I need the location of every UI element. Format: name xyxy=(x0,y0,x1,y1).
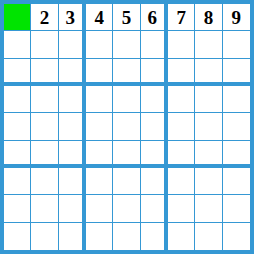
sudoku-cell[interactable] xyxy=(223,86,250,113)
sudoku-cell[interactable] xyxy=(141,141,168,168)
sudoku-cell[interactable] xyxy=(86,59,113,86)
sudoku-board: 23456789 xyxy=(0,0,254,254)
sudoku-cell[interactable] xyxy=(223,195,250,222)
sudoku-cell[interactable] xyxy=(31,141,58,168)
sudoku-cell[interactable] xyxy=(86,113,113,140)
sudoku-cell[interactable] xyxy=(168,168,195,195)
sudoku-cell[interactable] xyxy=(31,168,58,195)
sudoku-cell[interactable] xyxy=(4,168,31,195)
sudoku-cell[interactable] xyxy=(113,223,140,250)
sudoku-cell[interactable] xyxy=(86,141,113,168)
sudoku-cell[interactable] xyxy=(4,31,31,58)
sudoku-cell[interactable] xyxy=(223,223,250,250)
sudoku-cell[interactable] xyxy=(223,141,250,168)
sudoku-cell[interactable] xyxy=(59,31,86,58)
sudoku-cell[interactable] xyxy=(31,31,58,58)
sudoku-cell[interactable] xyxy=(59,141,86,168)
sudoku-cell[interactable] xyxy=(195,86,222,113)
sudoku-cell[interactable] xyxy=(223,168,250,195)
sudoku-cell[interactable] xyxy=(195,168,222,195)
sudoku-cell[interactable] xyxy=(223,31,250,58)
sudoku-cell[interactable] xyxy=(86,223,113,250)
sudoku-cell[interactable] xyxy=(141,86,168,113)
sudoku-cell[interactable] xyxy=(59,113,86,140)
sudoku-cell[interactable] xyxy=(113,195,140,222)
sudoku-cell[interactable] xyxy=(59,168,86,195)
sudoku-cell[interactable] xyxy=(4,113,31,140)
sudoku-cell[interactable] xyxy=(86,86,113,113)
sudoku-cell[interactable] xyxy=(59,86,86,113)
sudoku-cell[interactable]: 3 xyxy=(59,4,86,31)
sudoku-cell[interactable] xyxy=(168,86,195,113)
sudoku-cell[interactable] xyxy=(223,59,250,86)
sudoku-cell[interactable] xyxy=(113,168,140,195)
sudoku-cell[interactable] xyxy=(168,31,195,58)
sudoku-cell[interactable] xyxy=(168,195,195,222)
sudoku-cell[interactable] xyxy=(168,141,195,168)
sudoku-cell[interactable] xyxy=(168,113,195,140)
sudoku-cell[interactable] xyxy=(4,59,31,86)
sudoku-cell[interactable] xyxy=(168,223,195,250)
sudoku-cell[interactable] xyxy=(168,59,195,86)
sudoku-cell[interactable] xyxy=(195,113,222,140)
sudoku-cell[interactable] xyxy=(223,113,250,140)
sudoku-cell[interactable]: 8 xyxy=(195,4,222,31)
sudoku-cell[interactable] xyxy=(113,141,140,168)
sudoku-cell[interactable] xyxy=(59,223,86,250)
sudoku-cell[interactable]: 4 xyxy=(86,4,113,31)
sudoku-cell[interactable]: 5 xyxy=(113,4,140,31)
selected-cell[interactable] xyxy=(4,4,31,31)
sudoku-cell[interactable] xyxy=(141,168,168,195)
sudoku-cell[interactable] xyxy=(141,31,168,58)
sudoku-cell[interactable] xyxy=(141,113,168,140)
sudoku-cell[interactable] xyxy=(59,59,86,86)
sudoku-cell[interactable] xyxy=(141,59,168,86)
sudoku-cell[interactable]: 6 xyxy=(141,4,168,31)
sudoku-cell[interactable] xyxy=(195,141,222,168)
sudoku-cell[interactable] xyxy=(31,59,58,86)
sudoku-cell[interactable]: 9 xyxy=(223,4,250,31)
sudoku-cell[interactable] xyxy=(195,195,222,222)
sudoku-cell[interactable] xyxy=(113,31,140,58)
sudoku-cell[interactable] xyxy=(4,195,31,222)
sudoku-cell[interactable] xyxy=(4,223,31,250)
sudoku-cell[interactable] xyxy=(113,86,140,113)
sudoku-cell[interactable] xyxy=(141,195,168,222)
sudoku-cell[interactable] xyxy=(195,59,222,86)
sudoku-cell[interactable] xyxy=(86,195,113,222)
sudoku-cell[interactable] xyxy=(141,223,168,250)
sudoku-cell[interactable] xyxy=(4,141,31,168)
sudoku-cell[interactable] xyxy=(31,86,58,113)
sudoku-cell[interactable] xyxy=(31,223,58,250)
sudoku-cell[interactable] xyxy=(31,195,58,222)
sudoku-cell[interactable] xyxy=(59,195,86,222)
sudoku-cell[interactable] xyxy=(4,86,31,113)
sudoku-cell[interactable] xyxy=(195,223,222,250)
sudoku-cell[interactable]: 7 xyxy=(168,4,195,31)
sudoku-cell[interactable] xyxy=(86,168,113,195)
sudoku-cell[interactable] xyxy=(86,31,113,58)
sudoku-cell[interactable] xyxy=(31,113,58,140)
sudoku-cell[interactable] xyxy=(195,31,222,58)
sudoku-cell[interactable]: 2 xyxy=(31,4,58,31)
sudoku-cell[interactable] xyxy=(113,113,140,140)
sudoku-cell[interactable] xyxy=(113,59,140,86)
